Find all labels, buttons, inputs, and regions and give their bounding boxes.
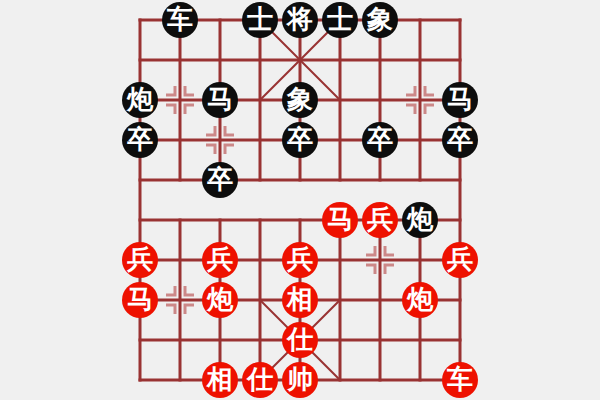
piece-glyph: 兵 (287, 246, 313, 272)
piece-glyph: 卒 (287, 126, 313, 152)
piece-red-soldier[interactable]: 兵 (360, 200, 400, 240)
red-piece-disc: 相 (202, 362, 238, 398)
piece-black-elephant[interactable]: 象 (280, 80, 320, 120)
piece-glyph: 炮 (407, 286, 433, 312)
piece-black-advisor[interactable]: 士 (320, 0, 360, 40)
red-piece-disc: 炮 (402, 282, 438, 318)
black-piece-disc: 士 (322, 2, 358, 38)
piece-glyph: 士 (247, 6, 273, 32)
piece-glyph: 象 (287, 86, 313, 112)
piece-black-elephant[interactable]: 象 (360, 0, 400, 40)
piece-black-chariot[interactable]: 车 (160, 0, 200, 40)
piece-red-cannon[interactable]: 炮 (200, 280, 240, 320)
piece-glyph: 将 (287, 6, 313, 32)
piece-glyph: 卒 (207, 166, 233, 192)
piece-black-soldier[interactable]: 卒 (360, 120, 400, 160)
red-piece-disc: 兵 (442, 242, 478, 278)
piece-glyph: 车 (167, 6, 193, 32)
black-piece-disc: 卒 (362, 122, 398, 158)
piece-glyph: 车 (447, 366, 473, 392)
red-piece-disc: 仕 (242, 362, 278, 398)
piece-red-soldier[interactable]: 兵 (120, 240, 160, 280)
black-piece-disc: 象 (362, 2, 398, 38)
piece-red-elephant[interactable]: 相 (280, 280, 320, 320)
piece-glyph: 炮 (127, 86, 153, 112)
piece-glyph: 马 (127, 286, 153, 312)
red-piece-disc: 兵 (362, 202, 398, 238)
piece-black-general[interactable]: 将 (280, 0, 320, 40)
black-piece-disc: 士 (242, 2, 278, 38)
piece-glyph: 帅 (287, 366, 313, 392)
piece-glyph: 卒 (367, 126, 393, 152)
piece-red-soldier[interactable]: 兵 (280, 240, 320, 280)
black-piece-disc: 炮 (402, 202, 438, 238)
piece-black-soldier[interactable]: 卒 (120, 120, 160, 160)
xiangqi-board[interactable]: 车士将士象炮马象马卒卒卒卒卒炮马兵兵兵兵兵马炮相炮仕相仕帅车 (0, 0, 600, 400)
piece-glyph: 炮 (207, 286, 233, 312)
red-piece-disc: 马 (322, 202, 358, 238)
piece-black-soldier[interactable]: 卒 (280, 120, 320, 160)
black-piece-disc: 卒 (282, 122, 318, 158)
black-piece-disc: 炮 (122, 82, 158, 118)
piece-glyph: 卒 (127, 126, 153, 152)
piece-black-cannon[interactable]: 炮 (120, 80, 160, 120)
piece-glyph: 士 (327, 6, 353, 32)
black-piece-disc: 马 (442, 82, 478, 118)
piece-glyph: 兵 (447, 246, 473, 272)
black-piece-disc: 卒 (202, 162, 238, 198)
pieces-layer: 车士将士象炮马象马卒卒卒卒卒炮马兵兵兵兵兵马炮相炮仕相仕帅车 (120, 0, 480, 400)
piece-black-soldier[interactable]: 卒 (440, 120, 480, 160)
piece-glyph: 相 (287, 286, 313, 312)
piece-red-advisor[interactable]: 仕 (280, 320, 320, 360)
red-piece-disc: 兵 (202, 242, 238, 278)
piece-glyph: 炮 (407, 206, 433, 232)
red-piece-disc: 马 (122, 282, 158, 318)
red-piece-disc: 炮 (202, 282, 238, 318)
piece-glyph: 马 (207, 86, 233, 112)
black-piece-disc: 卒 (122, 122, 158, 158)
red-piece-disc: 车 (442, 362, 478, 398)
piece-glyph: 仕 (287, 326, 313, 352)
piece-black-soldier[interactable]: 卒 (200, 160, 240, 200)
black-piece-disc: 车 (162, 2, 198, 38)
piece-glyph: 兵 (367, 206, 393, 232)
piece-red-advisor[interactable]: 仕 (240, 360, 280, 400)
red-piece-disc: 仕 (282, 322, 318, 358)
piece-red-soldier[interactable]: 兵 (200, 240, 240, 280)
piece-black-advisor[interactable]: 士 (240, 0, 280, 40)
piece-red-soldier[interactable]: 兵 (440, 240, 480, 280)
piece-red-horse[interactable]: 马 (320, 200, 360, 240)
red-piece-disc: 兵 (282, 242, 318, 278)
piece-glyph: 卒 (447, 126, 473, 152)
piece-glyph: 兵 (207, 246, 233, 272)
piece-glyph: 仕 (247, 366, 273, 392)
piece-red-chariot[interactable]: 车 (440, 360, 480, 400)
piece-black-horse[interactable]: 马 (200, 80, 240, 120)
black-piece-disc: 卒 (442, 122, 478, 158)
black-piece-disc: 马 (202, 82, 238, 118)
piece-black-horse[interactable]: 马 (440, 80, 480, 120)
red-piece-disc: 兵 (122, 242, 158, 278)
piece-glyph: 象 (367, 6, 393, 32)
piece-glyph: 马 (327, 206, 353, 232)
piece-red-elephant[interactable]: 相 (200, 360, 240, 400)
piece-glyph: 相 (207, 366, 233, 392)
red-piece-disc: 帅 (282, 362, 318, 398)
piece-red-general[interactable]: 帅 (280, 360, 320, 400)
red-piece-disc: 相 (282, 282, 318, 318)
piece-glyph: 马 (447, 86, 473, 112)
piece-red-horse[interactable]: 马 (120, 280, 160, 320)
piece-glyph: 兵 (127, 246, 153, 272)
piece-black-cannon[interactable]: 炮 (400, 200, 440, 240)
black-piece-disc: 将 (282, 2, 318, 38)
black-piece-disc: 象 (282, 82, 318, 118)
piece-red-cannon[interactable]: 炮 (400, 280, 440, 320)
